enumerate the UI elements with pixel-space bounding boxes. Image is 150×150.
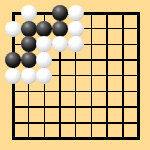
board-intersection[interactable] [84,52,100,68]
board-intersection[interactable] [99,21,115,37]
board-intersection[interactable] [37,131,53,147]
board-intersection[interactable] [37,115,53,131]
white-stone [21,68,37,84]
board-intersection[interactable] [37,52,53,68]
board-intersection[interactable] [99,115,115,131]
board-intersection[interactable] [5,37,21,53]
board-intersection[interactable] [99,37,115,53]
board-intersection[interactable] [52,99,68,115]
board-intersection[interactable] [68,5,84,21]
board-intersection[interactable] [5,115,21,131]
board-intersection[interactable] [99,131,115,147]
board-intersection[interactable] [84,5,100,21]
black-stone [5,52,21,68]
board-intersection[interactable] [131,131,147,147]
board-intersection[interactable] [5,131,21,147]
board-intersection[interactable] [21,131,37,147]
white-stone [36,52,52,68]
board-intersection[interactable] [131,37,147,53]
board-intersection[interactable] [131,84,147,100]
board-intersection[interactable] [5,68,21,84]
board-intersection[interactable] [37,5,53,21]
board-intersection[interactable] [68,99,84,115]
board-intersection[interactable] [21,115,37,131]
board-intersection[interactable] [52,84,68,100]
board-intersection[interactable] [84,37,100,53]
board-intersection[interactable] [115,5,131,21]
black-stone [52,21,68,37]
board-intersection[interactable] [99,5,115,21]
go-diagram [0,0,150,150]
board-intersection[interactable] [68,84,84,100]
board-intersection[interactable] [131,21,147,37]
board-intersection[interactable] [131,68,147,84]
board-intersection[interactable] [52,5,68,21]
board-intersection[interactable] [131,52,147,68]
board-intersection[interactable] [37,21,53,37]
white-stone [68,21,84,37]
board-intersection[interactable] [37,99,53,115]
board-intersection[interactable] [52,52,68,68]
board-intersection[interactable] [99,68,115,84]
board-intersection[interactable] [21,99,37,115]
board-intersection[interactable] [84,68,100,84]
board-intersection[interactable] [5,84,21,100]
board-intersection[interactable] [68,131,84,147]
board-intersection[interactable] [68,37,84,53]
board-intersection[interactable] [52,68,68,84]
board-intersection[interactable] [37,37,53,53]
board-intersection[interactable] [37,68,53,84]
black-stone [21,21,37,37]
board-intersection[interactable] [68,52,84,68]
board-intersection[interactable] [131,115,147,131]
board-intersection[interactable] [68,68,84,84]
board-intersection[interactable] [115,115,131,131]
board-intersection[interactable] [131,99,147,115]
white-stone [52,36,68,52]
board-intersection[interactable] [68,21,84,37]
board-intersection[interactable] [115,99,131,115]
board-intersection[interactable] [21,68,37,84]
board-intersection[interactable] [21,5,37,21]
board-intersection[interactable] [115,37,131,53]
board-intersection[interactable] [5,99,21,115]
black-stone [21,52,37,68]
board-intersection[interactable] [21,37,37,53]
white-stone [36,68,52,84]
board-intersection[interactable] [52,115,68,131]
white-stone [68,36,84,52]
board-intersection[interactable] [99,84,115,100]
board-intersection[interactable] [84,99,100,115]
white-stone [68,5,84,21]
white-stone [5,68,21,84]
board-intersection[interactable] [37,84,53,100]
white-stone [21,5,37,21]
black-stone [36,21,52,37]
board-intersection[interactable] [84,84,100,100]
white-stone [5,21,21,37]
board-intersection[interactable] [52,21,68,37]
board-intersection[interactable] [21,52,37,68]
board-intersection[interactable] [21,21,37,37]
board-intersection[interactable] [115,68,131,84]
board-intersection[interactable] [84,131,100,147]
board-intersection[interactable] [131,5,147,21]
board-intersection[interactable] [5,52,21,68]
board-intersection[interactable] [99,52,115,68]
board-intersection[interactable] [84,21,100,37]
white-stone [36,36,52,52]
board-intersection[interactable] [115,52,131,68]
board-intersection[interactable] [115,84,131,100]
board-intersection[interactable] [68,115,84,131]
board-intersection[interactable] [5,5,21,21]
board-intersection[interactable] [115,131,131,147]
board-intersection[interactable] [52,37,68,53]
black-stone [21,36,37,52]
board-intersection[interactable] [52,131,68,147]
go-board [5,5,146,146]
board-intersection[interactable] [84,115,100,131]
board-intersection[interactable] [21,84,37,100]
board-intersection[interactable] [99,99,115,115]
board-intersection[interactable] [5,21,21,37]
board-intersection[interactable] [115,21,131,37]
black-stone [52,5,68,21]
